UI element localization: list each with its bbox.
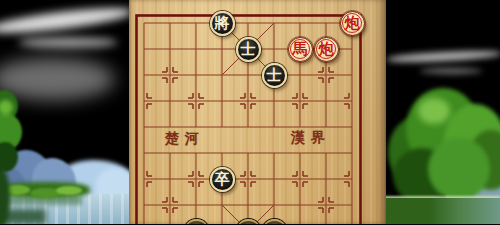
cloud xyxy=(0,3,133,38)
river-water-right xyxy=(378,198,500,224)
shore-vegetation xyxy=(56,186,82,195)
xiangqi-game-screen: 楚河 漢界 將士士馬炮炮卒 xyxy=(0,0,500,224)
xiangqi-board[interactable]: 楚河 漢界 將士士馬炮炮卒 xyxy=(129,0,386,224)
piece-glyph: 卒 xyxy=(215,172,230,187)
piece-red-horse[interactable]: 馬 xyxy=(288,37,313,62)
piece-glyph: 馬 xyxy=(293,42,308,57)
piece-glyph: 炮 xyxy=(319,42,334,57)
piece-glyph: 將 xyxy=(215,16,230,31)
board-cell-f8[interactable] xyxy=(261,218,287,224)
piece-black-advisor-1[interactable]: 士 xyxy=(236,37,261,62)
tree-right xyxy=(418,98,450,124)
board-cell-i0[interactable]: 炮 xyxy=(339,10,365,36)
board-cell-d6[interactable]: 卒 xyxy=(209,166,235,192)
board-cell-g1[interactable]: 馬 xyxy=(287,36,313,62)
piece-black-advisor-2[interactable]: 士 xyxy=(262,63,287,88)
piece-glyph: 士 xyxy=(241,42,256,57)
piece-cutoff-1[interactable] xyxy=(184,219,209,225)
cloud xyxy=(420,68,482,74)
piece-glyph: 炮 xyxy=(345,16,360,31)
board-cell-c8[interactable] xyxy=(183,218,209,224)
piece-glyph: 士 xyxy=(267,68,282,83)
tree-right xyxy=(428,138,490,200)
board-cell-d0[interactable]: 將 xyxy=(209,10,235,36)
cloud xyxy=(18,37,118,48)
board-cell-h1[interactable]: 炮 xyxy=(313,36,339,62)
board-cell-f2[interactable]: 士 xyxy=(261,62,287,88)
board-cell-e8[interactable] xyxy=(235,218,261,224)
piece-cutoff-3[interactable] xyxy=(262,219,287,225)
piece-black-general[interactable]: 將 xyxy=(210,11,235,36)
board-cell-e1[interactable]: 士 xyxy=(235,36,261,62)
cloud xyxy=(0,58,115,100)
piece-black-soldier[interactable]: 卒 xyxy=(210,167,235,192)
piece-red-cannon-1[interactable]: 炮 xyxy=(314,37,339,62)
piece-cutoff-2[interactable] xyxy=(236,219,261,225)
cloud xyxy=(386,49,500,64)
piece-layer: 將士士馬炮炮卒 xyxy=(131,10,365,224)
piece-red-cannon-2[interactable]: 炮 xyxy=(340,11,365,36)
